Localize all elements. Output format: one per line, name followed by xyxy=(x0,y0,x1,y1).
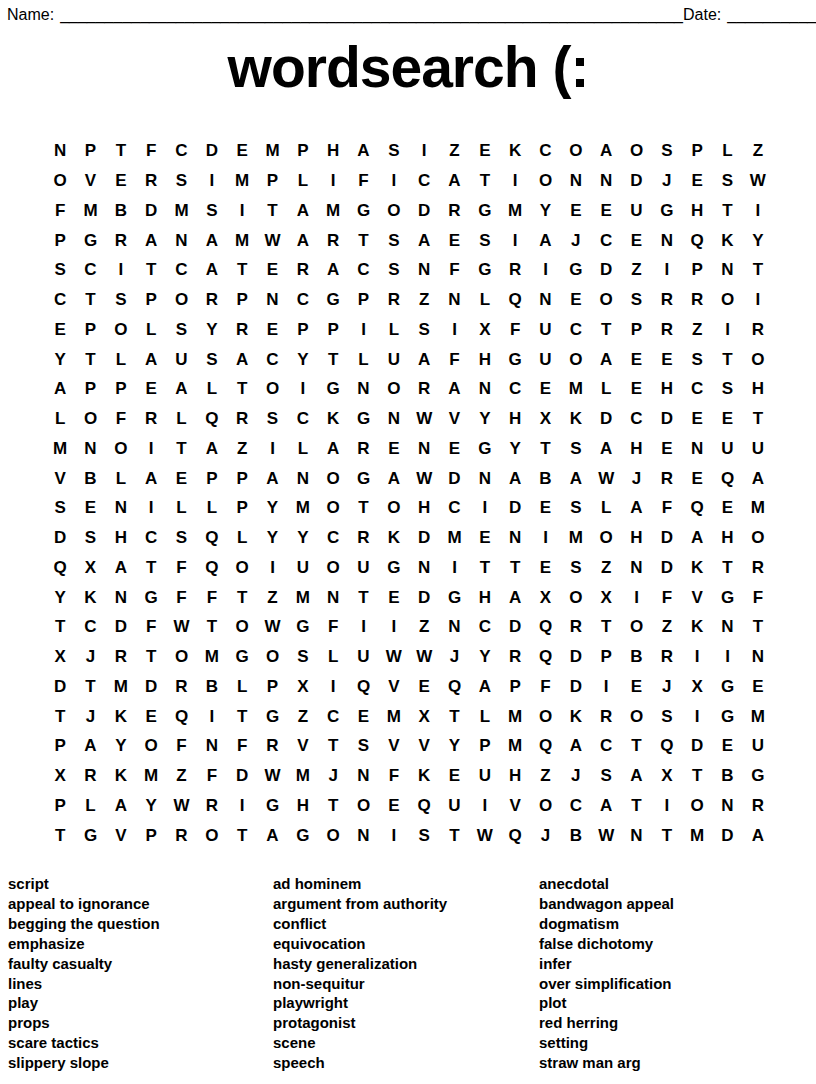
grid-cell: R xyxy=(652,642,682,672)
grid-cell: U xyxy=(348,642,378,672)
grid-cell: E xyxy=(136,374,166,404)
grid-cell: S xyxy=(652,136,682,166)
grid-cell: X xyxy=(409,701,439,731)
grid-cell: P xyxy=(682,136,712,166)
grid-cell: I xyxy=(682,642,712,672)
grid-cell: E xyxy=(561,196,591,226)
grid-cell: E xyxy=(136,701,166,731)
grid-cell: I xyxy=(227,196,257,226)
grid-cell: L xyxy=(45,404,75,434)
grid-cell: L xyxy=(166,493,196,523)
grid-cell: E xyxy=(712,493,742,523)
grid-cell: C xyxy=(500,374,530,404)
word-list-item: straw man arg xyxy=(539,1053,674,1073)
worksheet-page: Name: __________________________________… xyxy=(0,0,816,1084)
word-list-item: infer xyxy=(539,954,674,974)
grid-cell: N xyxy=(409,255,439,285)
grid-cell: L xyxy=(227,672,257,702)
word-list-item: anecdotal xyxy=(539,874,674,894)
grid-cell: X xyxy=(530,404,560,434)
grid-cell: R xyxy=(197,285,227,315)
grid-cell: L xyxy=(591,374,621,404)
grid-cell: N xyxy=(318,582,348,612)
grid-cell: I xyxy=(621,582,651,612)
grid-cell: A xyxy=(439,374,469,404)
grid-cell: C xyxy=(257,344,287,374)
grid-cell: Y xyxy=(288,523,318,553)
grid-cell: G xyxy=(500,344,530,374)
grid-cell: T xyxy=(743,255,773,285)
grid-cell: Q xyxy=(439,672,469,702)
grid-cell: M xyxy=(288,493,318,523)
grid-cell: E xyxy=(621,374,651,404)
grid-cell: Y xyxy=(45,344,75,374)
grid-cell: E xyxy=(530,493,560,523)
grid-cell: G xyxy=(288,612,318,642)
grid-cell: O xyxy=(379,374,409,404)
grid-cell: R xyxy=(652,285,682,315)
grid-cell: T xyxy=(257,196,287,226)
grid-cell: Z xyxy=(257,582,287,612)
grid-cell: O xyxy=(743,344,773,374)
grid-cell: Y xyxy=(136,791,166,821)
grid-cell: F xyxy=(652,493,682,523)
grid-cell: D xyxy=(197,136,227,166)
grid-cell: S xyxy=(682,344,712,374)
grid-cell: N xyxy=(348,374,378,404)
grid-cell: P xyxy=(470,731,500,761)
grid-cell: R xyxy=(288,255,318,285)
word-list-item: scare tactics xyxy=(8,1033,160,1053)
grid-cell: M xyxy=(75,196,105,226)
grid-cell: C xyxy=(621,404,651,434)
grid-cell: V xyxy=(45,463,75,493)
grid-cell: P xyxy=(257,166,287,196)
grid-cell: A xyxy=(136,344,166,374)
grid-cell: J xyxy=(75,701,105,731)
word-list-item: argument from authority xyxy=(273,894,447,914)
grid-cell: E xyxy=(439,225,469,255)
grid-cell: L xyxy=(197,374,227,404)
grid-cell: N xyxy=(409,434,439,464)
grid-cell: I xyxy=(500,166,530,196)
grid-cell: T xyxy=(75,285,105,315)
grid-cell: I xyxy=(257,434,287,464)
grid-cell: I xyxy=(712,642,742,672)
grid-cell: P xyxy=(318,315,348,345)
grid-cell: C xyxy=(318,523,348,553)
grid-cell: Z xyxy=(621,255,651,285)
grid-cell: M xyxy=(379,701,409,731)
grid-cell: P xyxy=(500,672,530,702)
grid-cell: S xyxy=(561,553,591,583)
grid-cell: I xyxy=(470,791,500,821)
grid-cell: I xyxy=(500,225,530,255)
grid-cell: R xyxy=(743,791,773,821)
grid-cell: L xyxy=(106,463,136,493)
grid-cell: L xyxy=(470,285,500,315)
grid-cell: T xyxy=(136,642,166,672)
grid-cell: I xyxy=(530,523,560,553)
grid-cell: O xyxy=(166,285,196,315)
grid-cell: U xyxy=(621,196,651,226)
page-title: wordsearch (: xyxy=(0,34,816,100)
grid-cell: S xyxy=(379,136,409,166)
grid-cell: Y xyxy=(45,582,75,612)
grid-cell: T xyxy=(227,255,257,285)
grid-cell: I xyxy=(439,315,469,345)
grid-cell: E xyxy=(591,196,621,226)
grid-cell: A xyxy=(227,344,257,374)
header-row: Name: __________________________________… xyxy=(7,6,796,24)
grid-cell: O xyxy=(318,463,348,493)
grid-cell: O xyxy=(197,820,227,850)
grid-cell: O xyxy=(591,523,621,553)
grid-cell: Q xyxy=(409,791,439,821)
grid-cell: R xyxy=(561,612,591,642)
grid-cell: L xyxy=(591,493,621,523)
grid-cell: T xyxy=(439,701,469,731)
grid-cell: P xyxy=(106,374,136,404)
grid-cell: O xyxy=(561,136,591,166)
word-list-item: faulty casualty xyxy=(8,954,160,974)
grid-cell: N xyxy=(682,434,712,464)
grid-cell: R xyxy=(591,701,621,731)
grid-cell: E xyxy=(227,136,257,166)
grid-cell: D xyxy=(561,672,591,702)
grid-cell: F xyxy=(318,612,348,642)
grid-cell: V xyxy=(500,791,530,821)
grid-cell: O xyxy=(318,493,348,523)
grid-cell: R xyxy=(409,374,439,404)
grid-cell: F xyxy=(197,582,227,612)
grid-cell: C xyxy=(470,612,500,642)
grid-cell: D xyxy=(591,404,621,434)
grid-cell: S xyxy=(166,315,196,345)
grid-cell: N xyxy=(348,820,378,850)
grid-cell: D xyxy=(652,553,682,583)
grid-cell: Z xyxy=(227,434,257,464)
grid-cell: P xyxy=(227,493,257,523)
grid-cell: I xyxy=(227,791,257,821)
grid-cell: Z xyxy=(439,136,469,166)
grid-cell: B xyxy=(712,761,742,791)
grid-cell: F xyxy=(136,612,166,642)
grid-cell: U xyxy=(166,344,196,374)
grid-cell: G xyxy=(470,434,500,464)
grid-cell: Q xyxy=(652,731,682,761)
grid-cell: S xyxy=(288,642,318,672)
grid-cell: O xyxy=(318,553,348,583)
grid-cell: R xyxy=(439,196,469,226)
grid-cell: B xyxy=(197,672,227,702)
grid-cell: L xyxy=(348,344,378,374)
grid-cell: Q xyxy=(197,523,227,553)
grid-cell: S xyxy=(409,820,439,850)
grid-cell: R xyxy=(106,642,136,672)
grid-cell: X xyxy=(591,582,621,612)
grid-cell: H xyxy=(621,523,651,553)
grid-cell: N xyxy=(439,285,469,315)
grid-cell: Q xyxy=(500,285,530,315)
grid-cell: I xyxy=(591,672,621,702)
grid-cell: N xyxy=(439,612,469,642)
grid-cell: T xyxy=(712,553,742,583)
grid-cell: I xyxy=(652,791,682,821)
grid-cell: X xyxy=(470,315,500,345)
grid-cell: E xyxy=(379,791,409,821)
grid-cell: T xyxy=(500,553,530,583)
grid-cell: V xyxy=(379,731,409,761)
grid-cell: O xyxy=(379,196,409,226)
grid-cell: I xyxy=(409,136,439,166)
grid-cell: L xyxy=(166,404,196,434)
grid-cell: H xyxy=(470,582,500,612)
grid-cell: N xyxy=(712,791,742,821)
grid-cell: G xyxy=(561,255,591,285)
grid-cell: Y xyxy=(257,523,287,553)
grid-cell: O xyxy=(743,523,773,553)
grid-cell: A xyxy=(288,225,318,255)
grid-cell: T xyxy=(712,344,742,374)
name-label: Name: xyxy=(7,6,54,24)
grid-cell: D xyxy=(621,166,651,196)
grid-cell: S xyxy=(166,523,196,553)
grid-cell: I xyxy=(318,672,348,702)
grid-cell: M xyxy=(288,582,318,612)
grid-cell: A xyxy=(561,731,591,761)
grid-cell: N xyxy=(379,404,409,434)
grid-cell: T xyxy=(45,612,75,642)
grid-cell: S xyxy=(591,761,621,791)
grid-cell: D xyxy=(682,731,712,761)
grid-cell: P xyxy=(197,463,227,493)
grid-cell: P xyxy=(682,255,712,285)
grid-cell: O xyxy=(166,642,196,672)
grid-cell: M xyxy=(439,523,469,553)
grid-cell: I xyxy=(712,315,742,345)
grid-cell: J xyxy=(75,642,105,672)
grid-cell: G xyxy=(318,374,348,404)
grid-cell: S xyxy=(45,255,75,285)
grid-cell: E xyxy=(45,315,75,345)
word-list-item: non-sequitur xyxy=(273,974,447,994)
word-list-item: equivocation xyxy=(273,934,447,954)
grid-cell: C xyxy=(591,731,621,761)
grid-cell: Y xyxy=(743,225,773,255)
grid-cell: Q xyxy=(348,672,378,702)
grid-cell: L xyxy=(318,642,348,672)
grid-cell: Y xyxy=(257,493,287,523)
grid-cell: I xyxy=(318,166,348,196)
grid-cell: N xyxy=(348,761,378,791)
grid-cell: T xyxy=(197,612,227,642)
grid-cell: I xyxy=(257,553,287,583)
grid-cell: K xyxy=(379,523,409,553)
grid-cell: T xyxy=(318,731,348,761)
grid-cell: M xyxy=(682,820,712,850)
grid-cell: G xyxy=(712,582,742,612)
grid-cell: O xyxy=(318,820,348,850)
word-list-item: emphasize xyxy=(8,934,160,954)
grid-cell: R xyxy=(227,315,257,345)
grid-cell: A xyxy=(106,553,136,583)
grid-cell: W xyxy=(743,166,773,196)
grid-cell: T xyxy=(136,553,166,583)
grid-cell: R xyxy=(257,731,287,761)
grid-cell: N xyxy=(288,463,318,493)
word-list-item: hasty generalization xyxy=(273,954,447,974)
grid-cell: D xyxy=(227,761,257,791)
grid-cell: T xyxy=(75,672,105,702)
grid-cell: A xyxy=(45,374,75,404)
grid-cell: O xyxy=(530,166,560,196)
grid-cell: F xyxy=(379,761,409,791)
grid-cell: P xyxy=(348,285,378,315)
word-list-column: anecdotalbandwagon appealdogmatismfalse … xyxy=(539,874,674,1073)
grid-cell: H xyxy=(106,523,136,553)
word-list-item: protagonist xyxy=(273,1013,447,1033)
grid-cell: C xyxy=(288,404,318,434)
grid-cell: J xyxy=(621,463,651,493)
grid-cell: H xyxy=(682,196,712,226)
grid-cell: G xyxy=(743,761,773,791)
grid-cell: F xyxy=(530,672,560,702)
grid-cell: E xyxy=(682,404,712,434)
word-list-column: ad hominemargument from authorityconflic… xyxy=(273,874,447,1073)
grid-cell: T xyxy=(348,225,378,255)
grid-cell: R xyxy=(106,225,136,255)
grid-cell: G xyxy=(712,672,742,702)
grid-cell: R xyxy=(166,672,196,702)
grid-cell: A xyxy=(682,523,712,553)
grid-cell: E xyxy=(621,225,651,255)
grid-cell: H xyxy=(652,374,682,404)
grid-cell: O xyxy=(379,493,409,523)
grid-cell: J xyxy=(652,672,682,702)
name-field: Name: __________________________________… xyxy=(7,6,683,24)
grid-cell: N xyxy=(75,434,105,464)
grid-cell: R xyxy=(348,434,378,464)
grid-cell: C xyxy=(561,791,591,821)
grid-cell: K xyxy=(318,404,348,434)
grid-cell: D xyxy=(652,523,682,553)
grid-cell: G xyxy=(257,701,287,731)
grid-cell: R xyxy=(348,523,378,553)
grid-cell: R xyxy=(136,404,166,434)
grid-cell: X xyxy=(652,761,682,791)
grid-cell: T xyxy=(227,374,257,404)
grid-cell: O xyxy=(621,136,651,166)
grid-cell: C xyxy=(591,225,621,255)
grid-cell: P xyxy=(621,315,651,345)
grid-cell: L xyxy=(227,523,257,553)
grid-cell: O xyxy=(227,612,257,642)
grid-cell: X xyxy=(45,761,75,791)
grid-cell: D xyxy=(409,523,439,553)
grid-cell: O xyxy=(136,731,166,761)
grid-cell: H xyxy=(500,404,530,434)
grid-cell: C xyxy=(166,136,196,166)
grid-cell: J xyxy=(561,761,591,791)
grid-cell: P xyxy=(45,225,75,255)
grid-cell: N xyxy=(470,374,500,404)
grid-cell: A xyxy=(439,166,469,196)
grid-cell: A xyxy=(409,344,439,374)
word-list-item: props xyxy=(8,1013,160,1033)
grid-cell: N xyxy=(561,166,591,196)
grid-cell: U xyxy=(288,553,318,583)
grid-cell: P xyxy=(75,315,105,345)
grid-cell: K xyxy=(106,701,136,731)
grid-cell: Q xyxy=(682,225,712,255)
grid-cell: H xyxy=(743,374,773,404)
grid-cell: A xyxy=(500,463,530,493)
grid-cell: E xyxy=(561,285,591,315)
grid-cell: A xyxy=(591,344,621,374)
grid-cell: M xyxy=(257,136,287,166)
grid-cell: A xyxy=(257,820,287,850)
grid-cell: F xyxy=(106,404,136,434)
grid-cell: U xyxy=(712,434,742,464)
grid-cell: U xyxy=(470,761,500,791)
grid-cell: Z xyxy=(288,701,318,731)
grid-cell: U xyxy=(348,553,378,583)
grid-cell: F xyxy=(136,136,166,166)
grid-cell: P xyxy=(227,463,257,493)
grid-cell: S xyxy=(197,344,227,374)
grid-cell: A xyxy=(530,225,560,255)
grid-cell: E xyxy=(348,701,378,731)
grid-cell: K xyxy=(500,136,530,166)
word-list-item: slippery slope xyxy=(8,1053,160,1073)
date-field: Date: ___________ xyxy=(683,6,816,24)
grid-cell: U xyxy=(530,344,560,374)
grid-cell: N xyxy=(500,523,530,553)
grid-cell: A xyxy=(75,731,105,761)
grid-cell: T xyxy=(227,582,257,612)
grid-cell: G xyxy=(439,582,469,612)
grid-cell: K xyxy=(409,761,439,791)
grid-cell: T xyxy=(227,820,257,850)
grid-cell: S xyxy=(197,196,227,226)
grid-cell: H xyxy=(621,434,651,464)
grid-cell: G xyxy=(348,404,378,434)
grid-cell: J xyxy=(318,761,348,791)
grid-cell: T xyxy=(591,612,621,642)
grid-cell: F xyxy=(439,344,469,374)
grid-cell: E xyxy=(439,434,469,464)
grid-cell: F xyxy=(652,582,682,612)
grid-cell: H xyxy=(318,136,348,166)
grid-cell: Z xyxy=(530,761,560,791)
grid-cell: V xyxy=(682,582,712,612)
grid-cell: R xyxy=(500,642,530,672)
grid-cell: I xyxy=(348,315,378,345)
grid-cell: J xyxy=(561,225,591,255)
word-list-item: begging the question xyxy=(8,914,160,934)
grid-cell: F xyxy=(197,761,227,791)
grid-cell: K xyxy=(682,553,712,583)
date-blank-line: ___________ xyxy=(727,6,816,24)
grid-cell: A xyxy=(621,493,651,523)
grid-cell: A xyxy=(743,820,773,850)
grid-cell: A xyxy=(743,463,773,493)
grid-cell: F xyxy=(166,553,196,583)
grid-cell: P xyxy=(257,672,287,702)
word-list-item: scene xyxy=(273,1033,447,1053)
grid-cell: N xyxy=(166,225,196,255)
